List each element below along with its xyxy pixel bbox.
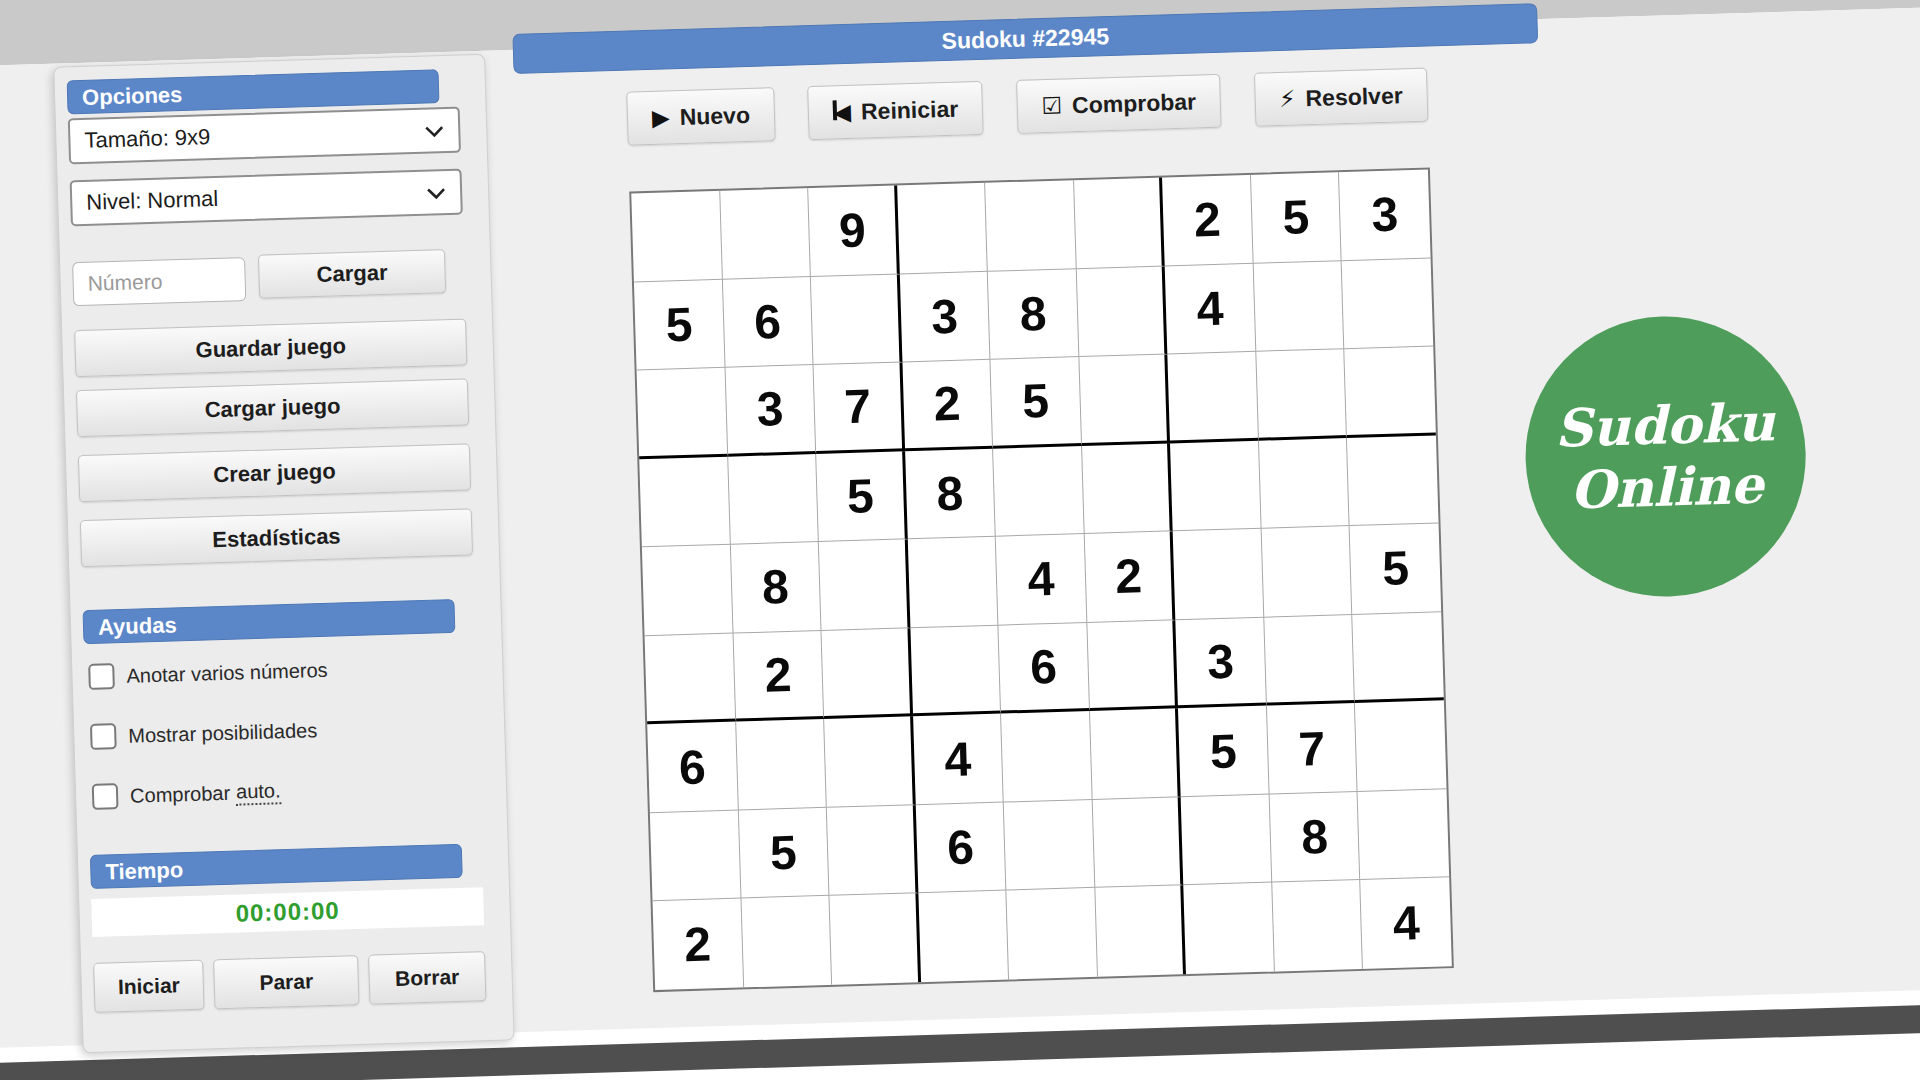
lightning-icon: ⚡ bbox=[1279, 85, 1296, 111]
sudoku-cell-r5c2[interactable]: 8 bbox=[730, 542, 821, 633]
sudoku-cell-r9c8[interactable] bbox=[1272, 880, 1363, 971]
sudoku-cell-r4c6[interactable] bbox=[1082, 443, 1173, 534]
sudoku-cell-r2c1[interactable]: 5 bbox=[634, 279, 725, 370]
sudoku-cell-r7c4[interactable]: 4 bbox=[913, 714, 1004, 805]
sudoku-cell-r1c4[interactable] bbox=[897, 183, 988, 274]
level-select[interactable]: Nivel: Normal bbox=[70, 169, 463, 227]
sudoku-cell-r4c7[interactable] bbox=[1170, 440, 1261, 531]
size-select-value: Tamaño: 9x9 bbox=[84, 116, 211, 162]
checkbox-anotar-varios-numeros[interactable]: Anotar varios números bbox=[88, 648, 489, 694]
sudoku-cell-r4c4[interactable]: 8 bbox=[905, 448, 996, 539]
sudoku-cell-r6c5[interactable]: 6 bbox=[999, 623, 1090, 714]
sudoku-cell-r3c5[interactable]: 5 bbox=[991, 357, 1082, 448]
sudoku-cell-r1c9[interactable]: 3 bbox=[1339, 170, 1430, 261]
sudoku-cell-r4c2[interactable] bbox=[728, 454, 819, 545]
sudoku-cell-r9c4[interactable] bbox=[918, 891, 1009, 982]
sudoku-cell-r8c9[interactable] bbox=[1358, 789, 1449, 880]
sudoku-cell-r6c6[interactable] bbox=[1087, 620, 1178, 711]
chevron-down-icon bbox=[424, 109, 445, 152]
sudoku-cell-r2c7[interactable]: 4 bbox=[1165, 263, 1256, 354]
nuevo-label: Nuevo bbox=[679, 101, 750, 130]
sudoku-cell-r5c4[interactable] bbox=[907, 537, 998, 628]
sudoku-cell-r3c7[interactable] bbox=[1168, 352, 1259, 443]
sudoku-cell-r8c4[interactable]: 6 bbox=[915, 802, 1006, 893]
sudoku-cell-r5c9[interactable]: 5 bbox=[1350, 524, 1441, 615]
sudoku-cell-r5c8[interactable] bbox=[1261, 526, 1352, 617]
checkbox-abbr: auto. bbox=[236, 779, 281, 805]
level-select-value: Nivel: Normal bbox=[86, 178, 219, 224]
sudoku-cell-r2c4[interactable]: 3 bbox=[899, 271, 990, 362]
play-icon: ▶ bbox=[652, 104, 670, 131]
sudoku-cell-r6c1[interactable] bbox=[645, 633, 736, 724]
sudoku-cell-r3c2[interactable]: 3 bbox=[725, 365, 816, 456]
cargar-juego-button[interactable]: Cargar juego bbox=[76, 378, 469, 437]
sudoku-cell-r7c9[interactable] bbox=[1355, 701, 1446, 792]
sudoku-cell-r1c7[interactable]: 2 bbox=[1162, 175, 1253, 266]
resolver-label: Resolver bbox=[1305, 82, 1403, 112]
sudoku-cell-r3c9[interactable] bbox=[1345, 347, 1436, 438]
sudoku-cell-r7c2[interactable] bbox=[736, 719, 827, 810]
sudoku-cell-r9c2[interactable] bbox=[741, 896, 832, 987]
sudoku-cell-r7c3[interactable] bbox=[824, 717, 915, 808]
helps-header: Ayudas bbox=[83, 599, 456, 644]
checkbox-comprobar-auto[interactable]: Comprobar auto. bbox=[92, 768, 493, 814]
sudoku-cell-r1c3[interactable]: 9 bbox=[808, 185, 899, 276]
sudoku-cell-r5c3[interactable] bbox=[819, 540, 910, 631]
options-header: Opciones bbox=[67, 69, 440, 114]
checkbox-checked-icon: ☑ bbox=[1041, 92, 1062, 119]
sudoku-cell-r3c4[interactable]: 2 bbox=[902, 360, 993, 451]
sudoku-cell-r7c6[interactable] bbox=[1090, 709, 1181, 800]
guardar-juego-button[interactable]: Guardar juego bbox=[74, 318, 467, 377]
sudoku-cell-r8c5[interactable] bbox=[1004, 800, 1095, 891]
sudoku-cell-r6c8[interactable] bbox=[1264, 615, 1355, 706]
sudoku-cell-r7c7[interactable]: 5 bbox=[1178, 706, 1269, 797]
checkbox-box[interactable] bbox=[92, 783, 119, 810]
time-header: Tiempo bbox=[90, 844, 463, 889]
logo-line2: Online bbox=[1569, 454, 1764, 522]
sudoku-cell-r5c6[interactable]: 2 bbox=[1084, 532, 1175, 623]
skip-back-icon: ◀ bbox=[833, 99, 851, 126]
nuevo-button[interactable]: ▶ Nuevo bbox=[626, 87, 776, 145]
sudoku-cell-r2c2[interactable]: 6 bbox=[722, 277, 813, 368]
sudoku-cell-r9c3[interactable] bbox=[830, 894, 921, 985]
sudoku-cell-r8c3[interactable] bbox=[827, 805, 918, 896]
sudoku-cell-r9c5[interactable] bbox=[1007, 888, 1098, 979]
sudoku-cell-r8c6[interactable] bbox=[1092, 797, 1183, 888]
estadisticas-button[interactable]: Estadísticas bbox=[80, 508, 473, 567]
checkbox-label: Mostrar posibilidades bbox=[128, 719, 318, 748]
sudoku-cell-r3c6[interactable] bbox=[1079, 355, 1170, 446]
sudoku-cell-r6c3[interactable] bbox=[822, 628, 913, 719]
sudoku-cell-r4c8[interactable] bbox=[1259, 438, 1350, 529]
sudoku-cell-r6c7[interactable]: 3 bbox=[1176, 617, 1267, 708]
sudoku-cell-r9c1[interactable]: 2 bbox=[653, 899, 744, 990]
sudoku-cell-r6c9[interactable] bbox=[1353, 612, 1444, 703]
borrar-button[interactable]: Borrar bbox=[368, 951, 486, 1004]
checkbox-box[interactable] bbox=[88, 663, 115, 690]
cargar-button[interactable]: Cargar bbox=[258, 249, 446, 299]
sudoku-cell-r1c1[interactable] bbox=[631, 191, 722, 282]
sudoku-cell-r9c9[interactable]: 4 bbox=[1361, 878, 1452, 969]
sudoku-cell-r6c4[interactable] bbox=[910, 625, 1001, 716]
sudoku-cell-r1c8[interactable]: 5 bbox=[1251, 172, 1342, 263]
sudoku-cell-r1c2[interactable] bbox=[720, 188, 811, 279]
number-input[interactable] bbox=[72, 257, 246, 306]
page: Opciones Tamaño: 9x9 Nivel: Normal Carga… bbox=[0, 4, 1920, 1080]
sudoku-cell-r3c3[interactable]: 7 bbox=[814, 363, 905, 454]
timer-display: 00:00:00 bbox=[91, 887, 484, 937]
timer-value: 00:00:00 bbox=[235, 897, 340, 928]
sudoku-grid: 9253563843725588425263645756824 bbox=[629, 167, 1454, 992]
sudoku-cell-r5c1[interactable] bbox=[642, 545, 733, 636]
resolver-button[interactable]: ⚡ Resolver bbox=[1254, 68, 1429, 127]
crear-juego-button[interactable]: Crear juego bbox=[78, 443, 471, 502]
sudoku-cell-r2c3[interactable] bbox=[811, 274, 902, 365]
sudoku-cell-r6c2[interactable]: 2 bbox=[733, 631, 824, 722]
sidebar: Opciones Tamaño: 9x9 Nivel: Normal Carga… bbox=[53, 54, 514, 1054]
chevron-down-icon bbox=[426, 171, 447, 214]
sudoku-cell-r8c2[interactable]: 5 bbox=[738, 808, 829, 899]
sudoku-cell-r3c1[interactable] bbox=[637, 368, 728, 459]
checkbox-label: Comprobar bbox=[130, 781, 231, 807]
checkbox-mostrar-posibilidades[interactable]: Mostrar posibilidades bbox=[90, 708, 491, 754]
sudoku-cell-r5c5[interactable]: 4 bbox=[996, 534, 1087, 625]
sudoku-cell-r5c7[interactable] bbox=[1173, 529, 1264, 620]
comprobar-button[interactable]: ☑ Comprobar bbox=[1016, 74, 1222, 134]
sudoku-cell-r8c8[interactable]: 8 bbox=[1269, 792, 1360, 883]
sudoku-cell-r8c1[interactable] bbox=[650, 810, 741, 901]
sudoku-cell-r7c5[interactable] bbox=[1001, 711, 1092, 802]
sudoku-cell-r2c6[interactable] bbox=[1076, 266, 1167, 357]
sudoku-cell-r7c1[interactable]: 6 bbox=[647, 722, 738, 813]
sudoku-cell-r2c5[interactable]: 8 bbox=[988, 269, 1079, 360]
sudoku-cell-r4c3[interactable]: 5 bbox=[816, 451, 907, 542]
sudoku-cell-r1c5[interactable] bbox=[985, 180, 1076, 271]
sudoku-cell-r4c1[interactable] bbox=[639, 456, 730, 547]
sudoku-cell-r3c8[interactable] bbox=[1256, 349, 1347, 440]
reiniciar-button[interactable]: ◀ Reiniciar bbox=[808, 81, 984, 140]
sudoku-cell-r9c6[interactable] bbox=[1095, 886, 1186, 977]
checkbox-label: Anotar varios números bbox=[126, 658, 328, 687]
sudoku-cell-r9c7[interactable] bbox=[1184, 883, 1275, 974]
sudoku-cell-r1c6[interactable] bbox=[1074, 178, 1165, 269]
reiniciar-label: Reiniciar bbox=[861, 95, 959, 125]
sudoku-cell-r4c9[interactable] bbox=[1347, 435, 1438, 526]
sudoku-cell-r2c9[interactable] bbox=[1342, 258, 1433, 349]
sudoku-cell-r8c7[interactable] bbox=[1181, 794, 1272, 885]
sudoku-cell-r4c5[interactable] bbox=[993, 446, 1084, 537]
size-select[interactable]: Tamaño: 9x9 bbox=[68, 107, 461, 165]
sudoku-cell-r2c8[interactable] bbox=[1254, 261, 1345, 352]
iniciar-button[interactable]: Iniciar bbox=[93, 960, 204, 1013]
checkbox-box[interactable] bbox=[90, 723, 117, 750]
logo-line1: Sudoku bbox=[1554, 391, 1776, 460]
sudoku-cell-r7c8[interactable]: 7 bbox=[1267, 703, 1358, 794]
parar-button[interactable]: Parar bbox=[213, 955, 359, 1009]
comprobar-label: Comprobar bbox=[1072, 88, 1197, 119]
